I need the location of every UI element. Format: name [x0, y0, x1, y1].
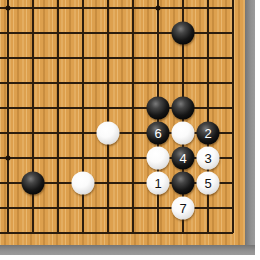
board-intersection[interactable] — [46, 121, 71, 146]
board-intersection[interactable] — [71, 221, 96, 246]
board-intersection[interactable] — [96, 146, 121, 171]
board-intersection[interactable] — [46, 171, 71, 196]
board-intersection[interactable] — [146, 0, 171, 21]
board-edge-shadow-right — [245, 0, 255, 255]
board-intersection[interactable] — [171, 96, 196, 121]
board-intersection[interactable] — [71, 46, 96, 71]
board-intersection[interactable] — [196, 71, 221, 96]
black-stone: 4 — [172, 147, 195, 170]
board-intersection[interactable] — [71, 21, 96, 46]
board-intersection[interactable] — [121, 196, 146, 221]
white-stone — [97, 122, 120, 145]
board-intersection[interactable] — [221, 121, 246, 146]
board-intersection[interactable] — [0, 21, 21, 46]
go-board: 6243157 — [0, 0, 245, 245]
board-intersection[interactable] — [71, 146, 96, 171]
board-intersection[interactable] — [21, 146, 46, 171]
board-intersection[interactable] — [0, 221, 21, 246]
star-point — [156, 6, 161, 11]
board-intersection[interactable] — [21, 21, 46, 46]
board-intersection[interactable] — [71, 171, 96, 196]
board-intersection[interactable] — [171, 171, 196, 196]
black-stone: 2 — [197, 122, 220, 145]
board-intersection[interactable]: 2 — [196, 121, 221, 146]
board-intersection[interactable] — [21, 171, 46, 196]
board-intersection[interactable] — [196, 46, 221, 71]
board-intersection[interactable] — [221, 21, 246, 46]
board-intersection[interactable] — [0, 96, 21, 121]
board-intersection[interactable] — [46, 196, 71, 221]
board-intersection[interactable] — [146, 96, 171, 121]
board-intersection[interactable] — [221, 221, 246, 246]
move-number-label: 2 — [204, 127, 211, 140]
board-intersection[interactable]: 5 — [196, 171, 221, 196]
move-number-label: 6 — [154, 127, 161, 140]
board-intersection[interactable] — [71, 0, 96, 21]
board-intersection[interactable] — [46, 146, 71, 171]
board-intersection[interactable] — [146, 46, 171, 71]
board-intersection[interactable] — [146, 221, 171, 246]
board-intersection[interactable] — [71, 96, 96, 121]
board-intersection[interactable] — [96, 221, 121, 246]
board-intersection[interactable]: 1 — [146, 171, 171, 196]
board-intersection[interactable] — [121, 21, 146, 46]
black-stone — [172, 97, 195, 120]
board-intersection[interactable] — [196, 96, 221, 121]
board-intersection[interactable] — [21, 221, 46, 246]
board-intersection[interactable] — [46, 96, 71, 121]
board-intersection[interactable] — [196, 196, 221, 221]
board-intersection[interactable] — [121, 221, 146, 246]
board-intersection[interactable] — [171, 71, 196, 96]
board-intersection[interactable] — [96, 171, 121, 196]
white-stone: 1 — [147, 172, 170, 195]
board-intersection[interactable] — [96, 196, 121, 221]
board-intersection[interactable] — [121, 121, 146, 146]
board-intersection[interactable] — [21, 121, 46, 146]
board-intersection[interactable] — [71, 196, 96, 221]
board-intersection[interactable] — [71, 71, 96, 96]
black-stone — [147, 97, 170, 120]
white-stone — [72, 172, 95, 195]
board-intersection[interactable] — [46, 71, 71, 96]
board-intersection[interactable] — [121, 96, 146, 121]
white-stone: 7 — [172, 197, 195, 220]
board-intersection[interactable] — [221, 196, 246, 221]
board-intersection[interactable] — [46, 0, 71, 21]
board-intersection[interactable] — [221, 96, 246, 121]
board-intersection[interactable] — [96, 96, 121, 121]
white-stone: 5 — [197, 172, 220, 195]
move-number-label: 5 — [204, 177, 211, 190]
board-intersection[interactable] — [121, 171, 146, 196]
star-point — [6, 6, 11, 11]
board-intersection[interactable] — [121, 0, 146, 21]
board-intersection[interactable] — [221, 0, 246, 21]
board-intersection[interactable] — [96, 21, 121, 46]
move-number-label: 1 — [154, 177, 161, 190]
board-intersection[interactable]: 4 — [171, 146, 196, 171]
board-intersection[interactable] — [221, 146, 246, 171]
board-intersection[interactable] — [221, 46, 246, 71]
board-intersection[interactable] — [96, 46, 121, 71]
white-stone — [147, 147, 170, 170]
move-number-label: 4 — [179, 152, 186, 165]
star-point — [6, 156, 11, 161]
board-intersection[interactable] — [21, 46, 46, 71]
board-intersection[interactable] — [121, 146, 146, 171]
board-intersection[interactable] — [0, 71, 21, 96]
board-intersection[interactable] — [46, 221, 71, 246]
board-intersection[interactable] — [221, 71, 246, 96]
board-intersection[interactable]: 3 — [196, 146, 221, 171]
go-diagram: 6243157 — [0, 0, 260, 260]
board-intersection[interactable] — [146, 71, 171, 96]
board-intersection[interactable] — [21, 196, 46, 221]
board-intersection[interactable] — [0, 121, 21, 146]
board-intersection[interactable] — [21, 71, 46, 96]
board-intersection[interactable] — [96, 121, 121, 146]
board-intersection[interactable] — [171, 221, 196, 246]
board-intersection[interactable] — [171, 0, 196, 21]
board-intersection[interactable] — [171, 121, 196, 146]
board-intersection[interactable] — [0, 196, 21, 221]
board-intersection[interactable] — [196, 21, 221, 46]
board-intersection[interactable] — [146, 21, 171, 46]
board-intersection[interactable] — [0, 171, 21, 196]
white-stone — [172, 122, 195, 145]
board-intersection[interactable] — [0, 46, 21, 71]
board-intersection[interactable] — [46, 21, 71, 46]
board-intersection[interactable] — [121, 71, 146, 96]
board-intersection[interactable] — [146, 196, 171, 221]
black-stone — [172, 22, 195, 45]
board-intersection[interactable] — [0, 146, 21, 171]
board-intersection[interactable] — [171, 46, 196, 71]
board-intersection[interactable] — [71, 121, 96, 146]
board-intersection[interactable] — [96, 71, 121, 96]
board-edge-shadow-bottom — [0, 245, 255, 255]
board-intersection[interactable] — [221, 171, 246, 196]
board-intersection[interactable] — [21, 0, 46, 21]
board-intersection[interactable]: 7 — [171, 196, 196, 221]
board-grid: 6243157 — [0, 0, 245, 245]
board-intersection[interactable]: 6 — [146, 121, 171, 146]
black-stone — [172, 172, 195, 195]
black-stone — [22, 172, 45, 195]
board-intersection[interactable] — [196, 0, 221, 21]
board-intersection[interactable] — [0, 0, 21, 21]
board-intersection[interactable] — [196, 221, 221, 246]
move-number-label: 3 — [204, 152, 211, 165]
board-intersection[interactable] — [171, 21, 196, 46]
board-intersection[interactable] — [46, 46, 71, 71]
board-intersection[interactable] — [146, 146, 171, 171]
board-intersection[interactable] — [121, 46, 146, 71]
board-intersection[interactable] — [21, 96, 46, 121]
move-number-label: 7 — [179, 202, 186, 215]
white-stone: 3 — [197, 147, 220, 170]
black-stone: 6 — [147, 122, 170, 145]
board-intersection[interactable] — [96, 0, 121, 21]
